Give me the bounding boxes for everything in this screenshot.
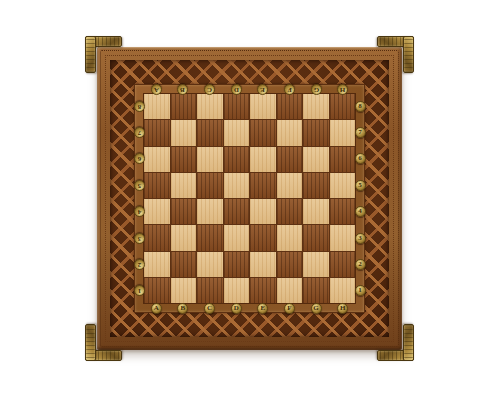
brass-corner-icon-top-left: [85, 36, 122, 73]
square-d2: [224, 252, 250, 277]
square-h5: [330, 173, 356, 198]
file-label-bottom-g: G: [311, 303, 322, 314]
square-h4: [330, 199, 356, 224]
square-h1: [330, 278, 356, 303]
square-c8: [197, 94, 223, 119]
square-d5: [224, 173, 250, 198]
square-h3: [330, 225, 356, 250]
square-h2: [330, 252, 356, 277]
square-b5: [171, 173, 197, 198]
square-f8: [277, 94, 303, 119]
square-f4: [277, 199, 303, 224]
file-label-top-b: B: [177, 84, 188, 95]
square-g1: [303, 278, 329, 303]
square-e4: [250, 199, 276, 224]
file-label-top-d: D: [231, 84, 242, 95]
square-g5: [303, 173, 329, 198]
square-f5: [277, 173, 303, 198]
rank-label-right-7: 7: [355, 127, 366, 138]
brass-corner-icon-top-right: [377, 36, 414, 73]
square-d4: [224, 199, 250, 224]
square-f1: [277, 278, 303, 303]
square-e5: [250, 173, 276, 198]
rank-label-right-4: 4: [355, 206, 366, 217]
file-label-top-g: G: [311, 84, 322, 95]
square-d8: [224, 94, 250, 119]
square-h7: [330, 120, 356, 145]
file-label-bottom-d: D: [231, 303, 242, 314]
square-c1: [197, 278, 223, 303]
rank-label-right-1: 1: [355, 285, 366, 296]
rank-label-left-3: 3: [134, 233, 145, 244]
corner-cap-arm: [85, 36, 96, 73]
rank-label-right-8: 8: [355, 101, 366, 112]
square-b4: [171, 199, 197, 224]
file-label-bottom-c: C: [204, 303, 215, 314]
square-a1: [144, 278, 170, 303]
square-e1: [250, 278, 276, 303]
square-g6: [303, 147, 329, 172]
square-b8: [171, 94, 197, 119]
square-f6: [277, 147, 303, 172]
rank-label-left-5: 5: [134, 180, 145, 191]
file-label-top-c: C: [204, 84, 215, 95]
file-label-bottom-h: H: [337, 303, 348, 314]
square-f2: [277, 252, 303, 277]
square-d6: [224, 147, 250, 172]
file-label-top-h: H: [337, 84, 348, 95]
file-label-bottom-f: F: [284, 303, 295, 314]
square-c4: [197, 199, 223, 224]
corner-cap-arm: [85, 324, 96, 361]
square-b6: [171, 147, 197, 172]
square-f7: [277, 120, 303, 145]
square-d1: [224, 278, 250, 303]
product-photo: AABBCCDDEEFFGGHH8877665544332211: [0, 0, 500, 400]
rank-label-left-4: 4: [134, 206, 145, 217]
brass-corner-icon-bottom-right: [377, 324, 414, 361]
square-e3: [250, 225, 276, 250]
square-g4: [303, 199, 329, 224]
rank-label-left-7: 7: [134, 127, 145, 138]
square-c3: [197, 225, 223, 250]
square-b2: [171, 252, 197, 277]
brass-corner-icon-bottom-left: [85, 324, 122, 361]
squares-grid: [143, 93, 356, 304]
square-e6: [250, 147, 276, 172]
square-a5: [144, 173, 170, 198]
square-h8: [330, 94, 356, 119]
square-e8: [250, 94, 276, 119]
square-d7: [224, 120, 250, 145]
square-f3: [277, 225, 303, 250]
square-b7: [171, 120, 197, 145]
file-label-top-f: F: [284, 84, 295, 95]
rank-label-right-5: 5: [355, 180, 366, 191]
square-a4: [144, 199, 170, 224]
square-a6: [144, 147, 170, 172]
square-d3: [224, 225, 250, 250]
file-label-top-a: A: [151, 84, 162, 95]
square-h6: [330, 147, 356, 172]
square-a8: [144, 94, 170, 119]
rank-label-right-6: 6: [355, 153, 366, 164]
square-e2: [250, 252, 276, 277]
rank-label-left-6: 6: [134, 153, 145, 164]
square-g2: [303, 252, 329, 277]
square-c6: [197, 147, 223, 172]
rank-label-right-2: 2: [355, 259, 366, 270]
corner-cap-arm: [403, 36, 414, 73]
square-a2: [144, 252, 170, 277]
rank-label-left-2: 2: [134, 259, 145, 270]
square-e7: [250, 120, 276, 145]
square-b1: [171, 278, 197, 303]
file-label-bottom-e: E: [257, 303, 268, 314]
square-a7: [144, 120, 170, 145]
square-g7: [303, 120, 329, 145]
chess-board: AABBCCDDEEFFGGHH8877665544332211: [97, 47, 402, 350]
rank-label-left-8: 8: [134, 101, 145, 112]
square-c2: [197, 252, 223, 277]
rank-label-left-1: 1: [134, 285, 145, 296]
square-c7: [197, 120, 223, 145]
corner-cap-arm: [403, 324, 414, 361]
file-label-bottom-b: B: [177, 303, 188, 314]
square-b3: [171, 225, 197, 250]
file-label-top-e: E: [257, 84, 268, 95]
file-label-bottom-a: A: [151, 303, 162, 314]
square-g3: [303, 225, 329, 250]
rank-label-right-3: 3: [355, 233, 366, 244]
square-c5: [197, 173, 223, 198]
square-a3: [144, 225, 170, 250]
square-g8: [303, 94, 329, 119]
